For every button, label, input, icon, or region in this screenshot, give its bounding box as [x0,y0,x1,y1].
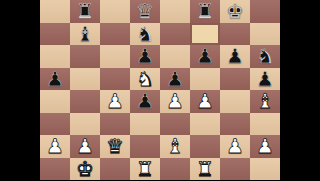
square-h5[interactable]: ♟ [250,68,280,91]
square-a7[interactable] [40,23,70,46]
left-letterbox-bar [0,0,40,180]
square-d5[interactable]: ♞ [130,68,160,91]
square-h8[interactable] [250,0,280,23]
square-f5[interactable] [190,68,220,91]
square-c2[interactable]: ♛ [100,135,130,158]
square-a6[interactable] [40,45,70,68]
square-h4[interactable]: ♝ [250,90,280,113]
square-a1[interactable] [40,158,70,181]
square-g8[interactable]: ♚ [220,0,250,23]
square-g3[interactable] [220,113,250,136]
white-pawn-piece: ♟ [196,90,214,113]
white-pawn-piece: ♟ [256,135,274,158]
square-h1[interactable] [250,158,280,181]
square-b3[interactable] [70,113,100,136]
black-pawn-piece: ♟ [136,45,154,68]
square-f4[interactable]: ♟ [190,90,220,113]
black-rook-piece: ♜ [196,0,214,23]
square-d4[interactable]: ♟ [130,90,160,113]
square-b5[interactable] [70,68,100,91]
square-b7[interactable]: ♝ [70,23,100,46]
square-c7[interactable] [100,23,130,46]
black-knight-piece: ♞ [136,23,154,46]
square-a2[interactable]: ♟ [40,135,70,158]
square-b6[interactable] [70,45,100,68]
black-queen-piece: ♛ [136,0,154,23]
square-h7[interactable] [250,23,280,46]
square-c3[interactable] [100,113,130,136]
square-g2[interactable]: ♟ [220,135,250,158]
white-pawn-piece: ♟ [76,135,94,158]
white-pawn-piece: ♟ [106,90,124,113]
chess-board: ♜♛♜♚♝♞♟♟♟♞♟♞♟♟♟♟♟♟♝♟♟♛♝♟♟♚♜♜ [40,0,280,180]
black-pawn-piece: ♟ [166,68,184,91]
square-e8[interactable] [160,0,190,23]
right-letterbox-bar [280,0,320,180]
black-pawn-piece: ♟ [256,68,274,91]
video-frame: ♜♛♜♚♝♞♟♟♟♞♟♞♟♟♟♟♟♟♝♟♟♛♝♟♟♚♜♜ [0,0,320,180]
square-c1[interactable] [100,158,130,181]
square-h2[interactable]: ♟ [250,135,280,158]
square-g1[interactable] [220,158,250,181]
square-h3[interactable] [250,113,280,136]
white-pawn-piece: ♟ [46,135,64,158]
square-c8[interactable] [100,0,130,23]
square-c4[interactable]: ♟ [100,90,130,113]
square-d1[interactable]: ♜ [130,158,160,181]
square-e4[interactable]: ♟ [160,90,190,113]
white-rook-piece: ♜ [196,158,214,181]
square-f3[interactable] [190,113,220,136]
square-e5[interactable]: ♟ [160,68,190,91]
white-king-piece: ♚ [76,158,94,181]
black-pawn-piece: ♟ [46,68,64,91]
square-f1[interactable]: ♜ [190,158,220,181]
square-f6[interactable]: ♟ [190,45,220,68]
square-a3[interactable] [40,113,70,136]
square-g7[interactable] [220,23,250,46]
square-g6[interactable]: ♟ [220,45,250,68]
square-b2[interactable]: ♟ [70,135,100,158]
square-f7[interactable] [190,23,220,46]
square-c6[interactable] [100,45,130,68]
white-bishop-piece: ♝ [256,90,274,113]
square-b4[interactable] [70,90,100,113]
white-knight-piece: ♞ [136,68,154,91]
square-f8[interactable]: ♜ [190,0,220,23]
black-rook-piece: ♜ [76,0,94,23]
black-king-piece: ♚ [226,0,244,23]
square-e6[interactable] [160,45,190,68]
black-pawn-piece: ♟ [226,45,244,68]
white-queen-piece: ♛ [106,135,124,158]
square-b1[interactable]: ♚ [70,158,100,181]
black-bishop-piece: ♝ [76,23,94,46]
square-d8[interactable]: ♛ [130,0,160,23]
square-d7[interactable]: ♞ [130,23,160,46]
square-g4[interactable] [220,90,250,113]
white-pawn-piece: ♟ [166,90,184,113]
square-h6[interactable]: ♞ [250,45,280,68]
square-d3[interactable] [130,113,160,136]
square-f2[interactable] [190,135,220,158]
square-a8[interactable] [40,0,70,23]
square-c5[interactable] [100,68,130,91]
black-pawn-piece: ♟ [196,45,214,68]
square-a4[interactable] [40,90,70,113]
black-pawn-piece: ♟ [136,90,154,113]
black-knight-piece: ♞ [256,45,274,68]
square-e2[interactable]: ♝ [160,135,190,158]
square-e7[interactable] [160,23,190,46]
square-e1[interactable] [160,158,190,181]
square-d2[interactable] [130,135,160,158]
white-bishop-piece: ♝ [166,135,184,158]
square-b8[interactable]: ♜ [70,0,100,23]
white-rook-piece: ♜ [136,158,154,181]
square-e3[interactable] [160,113,190,136]
square-g5[interactable] [220,68,250,91]
square-a5[interactable]: ♟ [40,68,70,91]
white-pawn-piece: ♟ [226,135,244,158]
square-d6[interactable]: ♟ [130,45,160,68]
